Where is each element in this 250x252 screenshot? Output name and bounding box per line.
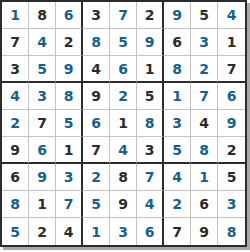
cell-r4c9[interactable]: 6 bbox=[218, 83, 245, 110]
cell-r9c1[interactable]: 5 bbox=[2, 218, 29, 245]
cell-r3c5[interactable]: 6 bbox=[110, 56, 137, 83]
cell-r3c8[interactable]: 2 bbox=[191, 56, 218, 83]
cell-r6c9[interactable]: 2 bbox=[218, 137, 245, 164]
cell-r7c7[interactable]: 4 bbox=[164, 164, 191, 191]
cell-r8c2[interactable]: 1 bbox=[29, 191, 56, 218]
cell-r9c2[interactable]: 2 bbox=[29, 218, 56, 245]
cell-r6c5[interactable]: 4 bbox=[110, 137, 137, 164]
cell-r9c4[interactable]: 1 bbox=[83, 218, 110, 245]
cell-r3c3[interactable]: 9 bbox=[56, 56, 83, 83]
cell-r4c1[interactable]: 4 bbox=[2, 83, 29, 110]
cell-r1c3[interactable]: 6 bbox=[56, 2, 83, 29]
cell-r4c7[interactable]: 1 bbox=[164, 83, 191, 110]
sudoku-page: 1863729547428596313594618274389251762756… bbox=[0, 0, 250, 252]
cell-r5c5[interactable]: 1 bbox=[110, 110, 137, 137]
cell-r3c7[interactable]: 8 bbox=[164, 56, 191, 83]
cell-r8c8[interactable]: 6 bbox=[191, 191, 218, 218]
cell-r4c8[interactable]: 7 bbox=[191, 83, 218, 110]
cell-r5c7[interactable]: 3 bbox=[164, 110, 191, 137]
cell-r2c5[interactable]: 5 bbox=[110, 29, 137, 56]
cell-r8c6[interactable]: 4 bbox=[137, 191, 164, 218]
cell-r9c7[interactable]: 7 bbox=[164, 218, 191, 245]
cell-r7c9[interactable]: 5 bbox=[218, 164, 245, 191]
cell-r1c1[interactable]: 1 bbox=[2, 2, 29, 29]
sudoku-board: 1863729547428596313594618274389251762756… bbox=[0, 0, 247, 247]
cell-r1c5[interactable]: 7 bbox=[110, 2, 137, 29]
cell-r6c1[interactable]: 9 bbox=[2, 137, 29, 164]
cell-r2c7[interactable]: 6 bbox=[164, 29, 191, 56]
cell-r9c9[interactable]: 8 bbox=[218, 218, 245, 245]
cell-r1c7[interactable]: 9 bbox=[164, 2, 191, 29]
cell-r1c8[interactable]: 5 bbox=[191, 2, 218, 29]
cell-r2c4[interactable]: 8 bbox=[83, 29, 110, 56]
cell-r8c5[interactable]: 9 bbox=[110, 191, 137, 218]
cell-r1c4[interactable]: 3 bbox=[83, 2, 110, 29]
cell-r1c6[interactable]: 2 bbox=[137, 2, 164, 29]
cell-r4c3[interactable]: 8 bbox=[56, 83, 83, 110]
cell-r7c8[interactable]: 1 bbox=[191, 164, 218, 191]
cell-r2c1[interactable]: 7 bbox=[2, 29, 29, 56]
cell-r4c2[interactable]: 3 bbox=[29, 83, 56, 110]
cell-r1c9[interactable]: 4 bbox=[218, 2, 245, 29]
cell-r7c2[interactable]: 9 bbox=[29, 164, 56, 191]
cell-r3c2[interactable]: 5 bbox=[29, 56, 56, 83]
cell-r5c4[interactable]: 6 bbox=[83, 110, 110, 137]
cell-r6c8[interactable]: 8 bbox=[191, 137, 218, 164]
cell-r6c2[interactable]: 6 bbox=[29, 137, 56, 164]
cell-r7c4[interactable]: 2 bbox=[83, 164, 110, 191]
cell-r8c9[interactable]: 3 bbox=[218, 191, 245, 218]
cell-r4c5[interactable]: 2 bbox=[110, 83, 137, 110]
cell-r3c4[interactable]: 4 bbox=[83, 56, 110, 83]
cell-r5c1[interactable]: 2 bbox=[2, 110, 29, 137]
cell-r3c1[interactable]: 3 bbox=[2, 56, 29, 83]
cell-r4c6[interactable]: 5 bbox=[137, 83, 164, 110]
cell-r9c3[interactable]: 4 bbox=[56, 218, 83, 245]
cell-r2c6[interactable]: 9 bbox=[137, 29, 164, 56]
cell-r6c3[interactable]: 1 bbox=[56, 137, 83, 164]
cell-r2c3[interactable]: 2 bbox=[56, 29, 83, 56]
cell-r3c9[interactable]: 7 bbox=[218, 56, 245, 83]
cell-r7c6[interactable]: 7 bbox=[137, 164, 164, 191]
cell-r5c8[interactable]: 4 bbox=[191, 110, 218, 137]
cell-r5c3[interactable]: 5 bbox=[56, 110, 83, 137]
cell-r2c2[interactable]: 4 bbox=[29, 29, 56, 56]
cell-r6c6[interactable]: 3 bbox=[137, 137, 164, 164]
cell-r7c5[interactable]: 8 bbox=[110, 164, 137, 191]
cell-r6c7[interactable]: 5 bbox=[164, 137, 191, 164]
cell-r9c6[interactable]: 6 bbox=[137, 218, 164, 245]
cell-r9c5[interactable]: 3 bbox=[110, 218, 137, 245]
cell-r7c1[interactable]: 6 bbox=[2, 164, 29, 191]
cell-r2c9[interactable]: 1 bbox=[218, 29, 245, 56]
cell-r6c4[interactable]: 7 bbox=[83, 137, 110, 164]
cell-r8c1[interactable]: 8 bbox=[2, 191, 29, 218]
cell-r9c8[interactable]: 9 bbox=[191, 218, 218, 245]
cell-r2c8[interactable]: 3 bbox=[191, 29, 218, 56]
cell-r5c9[interactable]: 9 bbox=[218, 110, 245, 137]
cell-r4c4[interactable]: 9 bbox=[83, 83, 110, 110]
cell-r8c4[interactable]: 5 bbox=[83, 191, 110, 218]
cell-r8c7[interactable]: 2 bbox=[164, 191, 191, 218]
cell-r1c2[interactable]: 8 bbox=[29, 2, 56, 29]
cell-r5c6[interactable]: 8 bbox=[137, 110, 164, 137]
cell-r8c3[interactable]: 7 bbox=[56, 191, 83, 218]
cell-r7c3[interactable]: 3 bbox=[56, 164, 83, 191]
cell-r5c2[interactable]: 7 bbox=[29, 110, 56, 137]
cell-r3c6[interactable]: 1 bbox=[137, 56, 164, 83]
